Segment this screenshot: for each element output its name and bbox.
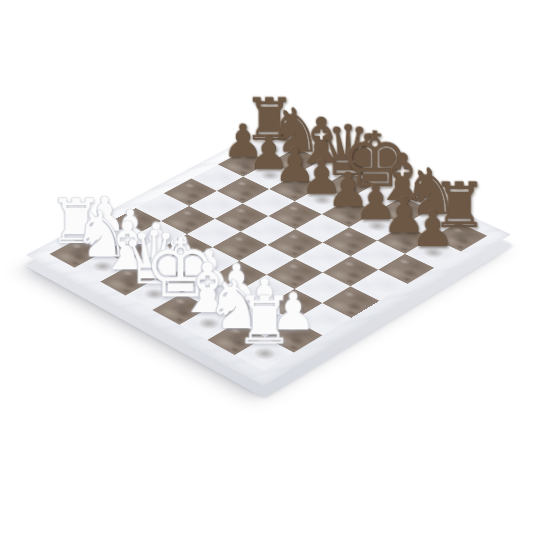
product-photo-scene: ♜♞♝♛♚♝♞♜♟♟♟♟♟♟♟♟♟♟♟♟♟♟♟♟♜♞♝♛♚♝♞♜ — [0, 0, 533, 533]
board-grid: ♜♞♝♛♚♝♞♜♟♟♟♟♟♟♟♟♟♟♟♟♟♟♟♟♜♞♝♛♚♝♞♜ — [50, 136, 488, 370]
black-pawn-icon: ♟ — [411, 204, 455, 253]
white-rook-icon: ♜ — [234, 288, 293, 354]
board-perspective-wrap: ♜♞♝♛♚♝♞♜♟♟♟♟♟♟♟♟♟♟♟♟♟♟♟♟♜♞♝♛♚♝♞♜ — [0, 0, 533, 533]
chessboard: ♜♞♝♛♚♝♞♜♟♟♟♟♟♟♟♟♟♟♟♟♟♟♟♟♜♞♝♛♚♝♞♜ — [26, 125, 512, 385]
